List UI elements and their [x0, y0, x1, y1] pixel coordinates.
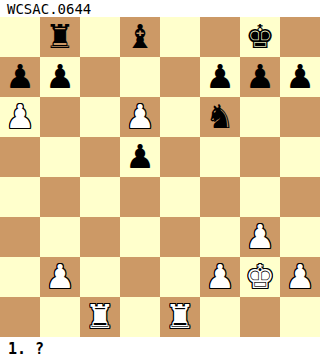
square-b8[interactable]: ♜	[40, 17, 80, 57]
square-b7[interactable]: ♟	[40, 57, 80, 97]
move-prompt: 1. ?	[8, 340, 44, 358]
square-d1[interactable]	[120, 297, 160, 337]
square-e7[interactable]	[160, 57, 200, 97]
board: ♜♝♚♟♟♟♟♟♟♟♞♟♟♟♟♚♟♜♜	[0, 17, 320, 337]
square-f1[interactable]	[200, 297, 240, 337]
square-d8[interactable]: ♝	[120, 17, 160, 57]
black-king-g8[interactable]: ♚	[240, 17, 280, 57]
square-c3[interactable]	[80, 217, 120, 257]
square-b5[interactable]	[40, 137, 80, 177]
square-e3[interactable]	[160, 217, 200, 257]
square-g3[interactable]: ♟	[240, 217, 280, 257]
square-e1[interactable]: ♜	[160, 297, 200, 337]
square-e4[interactable]	[160, 177, 200, 217]
black-pawn-g7[interactable]: ♟	[240, 57, 280, 97]
black-pawn-h7[interactable]: ♟	[280, 57, 320, 97]
square-d3[interactable]	[120, 217, 160, 257]
square-h4[interactable]	[280, 177, 320, 217]
white-pawn-d6[interactable]: ♟	[120, 97, 160, 137]
square-f3[interactable]	[200, 217, 240, 257]
diagram-title: WCSAC.0644	[7, 1, 91, 17]
square-g2[interactable]: ♚	[240, 257, 280, 297]
black-pawn-a7[interactable]: ♟	[0, 57, 40, 97]
square-c4[interactable]	[80, 177, 120, 217]
square-d4[interactable]	[120, 177, 160, 217]
square-g5[interactable]	[240, 137, 280, 177]
square-a1[interactable]	[0, 297, 40, 337]
square-f6[interactable]: ♞	[200, 97, 240, 137]
square-e5[interactable]	[160, 137, 200, 177]
square-f5[interactable]	[200, 137, 240, 177]
white-pawn-b2[interactable]: ♟	[40, 257, 80, 297]
square-c6[interactable]	[80, 97, 120, 137]
square-c8[interactable]	[80, 17, 120, 57]
titlebar: WCSAC.0644	[0, 0, 320, 17]
statusbar: 1. ?	[0, 337, 320, 360]
square-a2[interactable]	[0, 257, 40, 297]
square-c7[interactable]	[80, 57, 120, 97]
square-c2[interactable]	[80, 257, 120, 297]
black-pawn-d5[interactable]: ♟	[120, 137, 160, 177]
white-pawn-h2[interactable]: ♟	[280, 257, 320, 297]
black-bishop-d8[interactable]: ♝	[120, 17, 160, 57]
square-b2[interactable]: ♟	[40, 257, 80, 297]
square-a5[interactable]	[0, 137, 40, 177]
square-g4[interactable]	[240, 177, 280, 217]
square-f7[interactable]: ♟	[200, 57, 240, 97]
white-pawn-g3[interactable]: ♟	[240, 217, 280, 257]
square-b4[interactable]	[40, 177, 80, 217]
square-g8[interactable]: ♚	[240, 17, 280, 57]
square-f2[interactable]: ♟	[200, 257, 240, 297]
square-b3[interactable]	[40, 217, 80, 257]
square-a3[interactable]	[0, 217, 40, 257]
square-b6[interactable]	[40, 97, 80, 137]
square-a6[interactable]: ♟	[0, 97, 40, 137]
square-d7[interactable]	[120, 57, 160, 97]
square-a4[interactable]	[0, 177, 40, 217]
square-h3[interactable]	[280, 217, 320, 257]
black-pawn-b7[interactable]: ♟	[40, 57, 80, 97]
square-f4[interactable]	[200, 177, 240, 217]
square-h2[interactable]: ♟	[280, 257, 320, 297]
square-e8[interactable]	[160, 17, 200, 57]
square-e6[interactable]	[160, 97, 200, 137]
square-h8[interactable]	[280, 17, 320, 57]
chess-diagram-window: WCSAC.0644 ♜♝♚♟♟♟♟♟♟♟♞♟♟♟♟♚♟♜♜ 1. ?	[0, 0, 320, 360]
square-h7[interactable]: ♟	[280, 57, 320, 97]
square-g7[interactable]: ♟	[240, 57, 280, 97]
square-c5[interactable]	[80, 137, 120, 177]
black-knight-f6[interactable]: ♞	[200, 97, 240, 137]
square-g6[interactable]	[240, 97, 280, 137]
square-f8[interactable]	[200, 17, 240, 57]
white-rook-e1[interactable]: ♜	[160, 297, 200, 337]
square-c1[interactable]: ♜	[80, 297, 120, 337]
square-g1[interactable]	[240, 297, 280, 337]
white-rook-c1[interactable]: ♜	[80, 297, 120, 337]
square-h6[interactable]	[280, 97, 320, 137]
square-h1[interactable]	[280, 297, 320, 337]
square-d5[interactable]: ♟	[120, 137, 160, 177]
white-pawn-f2[interactable]: ♟	[200, 257, 240, 297]
square-h5[interactable]	[280, 137, 320, 177]
white-king-g2[interactable]: ♚	[240, 257, 280, 297]
black-pawn-f7[interactable]: ♟	[200, 57, 240, 97]
white-pawn-a6[interactable]: ♟	[0, 97, 40, 137]
square-e2[interactable]	[160, 257, 200, 297]
square-d6[interactable]: ♟	[120, 97, 160, 137]
square-a8[interactable]	[0, 17, 40, 57]
square-a7[interactable]: ♟	[0, 57, 40, 97]
square-d2[interactable]	[120, 257, 160, 297]
black-rook-b8[interactable]: ♜	[40, 17, 80, 57]
square-b1[interactable]	[40, 297, 80, 337]
